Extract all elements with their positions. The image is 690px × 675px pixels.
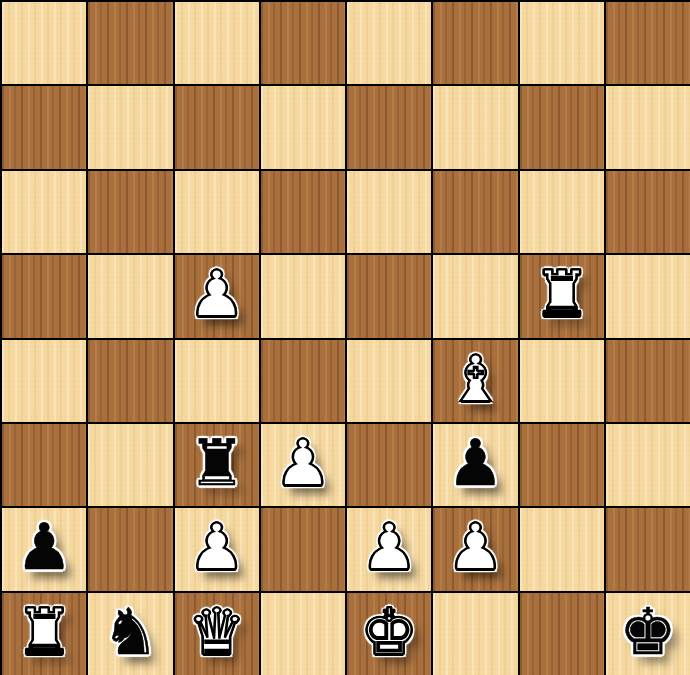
square-e7[interactable] [347, 86, 431, 168]
square-h5[interactable] [606, 255, 690, 337]
white-pawn-c5-piece[interactable]: ♟ [188, 262, 245, 326]
square-f5[interactable] [433, 255, 517, 337]
square-h3[interactable] [606, 424, 690, 506]
square-f7[interactable] [433, 86, 517, 168]
square-e2[interactable]: ♟ [347, 508, 431, 590]
square-a7[interactable] [2, 86, 86, 168]
square-g7[interactable] [520, 86, 604, 168]
square-b1[interactable]: ♞ [88, 593, 172, 675]
square-a4[interactable] [2, 340, 86, 422]
square-f1[interactable] [433, 593, 517, 675]
square-g8[interactable] [520, 2, 604, 84]
square-d6[interactable] [261, 171, 345, 253]
square-g4[interactable] [520, 340, 604, 422]
black-knight-b1-piece[interactable]: ♞ [102, 600, 159, 664]
square-e6[interactable] [347, 171, 431, 253]
square-e4[interactable] [347, 340, 431, 422]
square-b3[interactable] [88, 424, 172, 506]
square-d2[interactable] [261, 508, 345, 590]
square-f4[interactable]: ♝ [433, 340, 517, 422]
square-b8[interactable] [88, 2, 172, 84]
square-d7[interactable] [261, 86, 345, 168]
white-pawn-d3-piece[interactable]: ♟ [274, 431, 331, 495]
square-a2[interactable]: ♟ [2, 508, 86, 590]
square-a3[interactable] [2, 424, 86, 506]
square-e8[interactable] [347, 2, 431, 84]
square-b6[interactable] [88, 171, 172, 253]
white-queen-c1-piece[interactable]: ♛ [188, 600, 245, 664]
square-h2[interactable] [606, 508, 690, 590]
square-c6[interactable] [175, 171, 259, 253]
square-a1[interactable]: ♜ [2, 593, 86, 675]
chess-board-wrapper: ♟♜♝♜♟♟♟♟♟♟♜♞♛♚♚ [0, 0, 690, 675]
square-h8[interactable] [606, 2, 690, 84]
square-c8[interactable] [175, 2, 259, 84]
black-king-h1-piece[interactable]: ♚ [619, 600, 676, 664]
square-d8[interactable] [261, 2, 345, 84]
square-g6[interactable] [520, 171, 604, 253]
square-f6[interactable] [433, 171, 517, 253]
white-bishop-f4-piece[interactable]: ♝ [447, 347, 504, 411]
square-a8[interactable] [2, 2, 86, 84]
square-a6[interactable] [2, 171, 86, 253]
square-f3[interactable]: ♟ [433, 424, 517, 506]
square-b4[interactable] [88, 340, 172, 422]
black-pawn-a2-piece[interactable]: ♟ [15, 515, 72, 579]
white-pawn-c2-piece[interactable]: ♟ [188, 515, 245, 579]
square-b2[interactable] [88, 508, 172, 590]
white-pawn-e2-piece[interactable]: ♟ [360, 515, 417, 579]
square-g3[interactable] [520, 424, 604, 506]
square-g2[interactable] [520, 508, 604, 590]
square-b7[interactable] [88, 86, 172, 168]
square-b5[interactable] [88, 255, 172, 337]
square-d4[interactable] [261, 340, 345, 422]
square-c5[interactable]: ♟ [175, 255, 259, 337]
chess-board: ♟♜♝♜♟♟♟♟♟♟♜♞♛♚♚ [0, 0, 690, 675]
black-rook-c3-piece[interactable]: ♜ [188, 431, 245, 495]
square-c7[interactable] [175, 86, 259, 168]
square-h6[interactable] [606, 171, 690, 253]
square-h1[interactable]: ♚ [606, 593, 690, 675]
square-e5[interactable] [347, 255, 431, 337]
square-d5[interactable] [261, 255, 345, 337]
square-g1[interactable] [520, 593, 604, 675]
white-pawn-f2-piece[interactable]: ♟ [447, 515, 504, 579]
square-d3[interactable]: ♟ [261, 424, 345, 506]
square-h4[interactable] [606, 340, 690, 422]
square-c3[interactable]: ♜ [175, 424, 259, 506]
square-c1[interactable]: ♛ [175, 593, 259, 675]
square-f2[interactable]: ♟ [433, 508, 517, 590]
square-f8[interactable] [433, 2, 517, 84]
square-c2[interactable]: ♟ [175, 508, 259, 590]
white-rook-g5-piece[interactable]: ♜ [533, 262, 590, 326]
square-e3[interactable] [347, 424, 431, 506]
white-king-e1-piece[interactable]: ♚ [360, 600, 417, 664]
square-h7[interactable] [606, 86, 690, 168]
white-rook-a1-piece[interactable]: ♜ [15, 600, 72, 664]
square-e1[interactable]: ♚ [347, 593, 431, 675]
square-c4[interactable] [175, 340, 259, 422]
square-d1[interactable] [261, 593, 345, 675]
black-pawn-f3-piece[interactable]: ♟ [447, 431, 504, 495]
square-g5[interactable]: ♜ [520, 255, 604, 337]
square-a5[interactable] [2, 255, 86, 337]
